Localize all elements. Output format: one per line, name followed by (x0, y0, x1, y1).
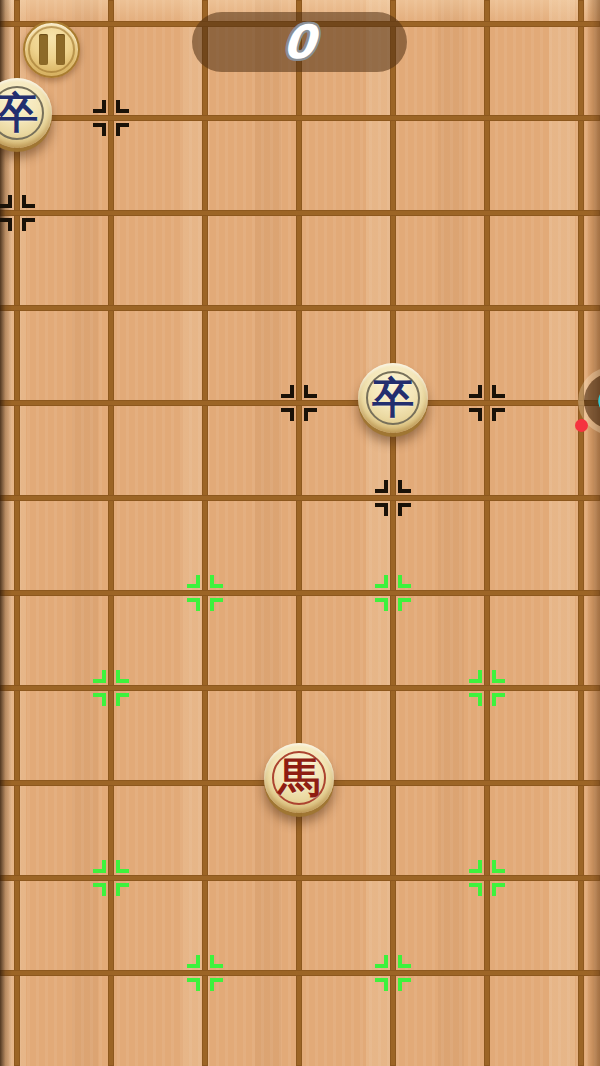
grid-line-vertical (296, 0, 302, 1066)
score-pill: 0 (192, 12, 407, 72)
point-marker (375, 480, 411, 516)
point-marker (93, 100, 129, 136)
point-marker (0, 195, 35, 231)
grid-line-horizontal (0, 970, 600, 976)
pause-button[interactable] (23, 21, 80, 78)
grid-line-horizontal (0, 685, 600, 691)
piece-red-horse[interactable]: 馬 (264, 743, 334, 813)
grid-line-vertical (390, 0, 396, 1066)
notification-dot (575, 419, 588, 432)
piece-glyph: 卒 (358, 363, 428, 433)
pause-icon (25, 23, 78, 76)
grid-line-horizontal (0, 495, 600, 501)
piece-glyph: 卒 (0, 78, 52, 148)
grid-line-horizontal (0, 875, 600, 881)
point-marker (469, 385, 505, 421)
move-hint-marker[interactable] (187, 575, 223, 611)
grid-line-horizontal (0, 305, 600, 311)
grid-line-vertical (578, 0, 584, 1066)
grid-line-vertical (108, 0, 114, 1066)
grid-line-vertical (202, 0, 208, 1066)
move-hint-marker[interactable] (375, 575, 411, 611)
piece-black-soldier[interactable]: 卒 (358, 363, 428, 433)
move-hint-marker[interactable] (93, 670, 129, 706)
board-edge-shade-right (586, 0, 600, 1066)
piece-glyph: 馬 (264, 743, 334, 813)
piece-black-soldier[interactable]: 卒 (0, 78, 52, 148)
grid-line-vertical (484, 0, 490, 1066)
grid-line-horizontal (0, 210, 600, 216)
grid-line-vertical (14, 0, 20, 1066)
move-hint-marker[interactable] (469, 670, 505, 706)
board-edge-shade-left (0, 0, 12, 1066)
move-hint-marker[interactable] (187, 955, 223, 991)
grid-line-horizontal (0, 115, 600, 121)
move-hint-marker[interactable] (375, 955, 411, 991)
grid-line-horizontal (0, 590, 600, 596)
move-hint-marker[interactable] (469, 860, 505, 896)
game-screen: 卒卒馬 0 (0, 0, 600, 1066)
move-hint-marker[interactable] (93, 860, 129, 896)
point-marker (281, 385, 317, 421)
score-value: 0 (282, 15, 318, 69)
